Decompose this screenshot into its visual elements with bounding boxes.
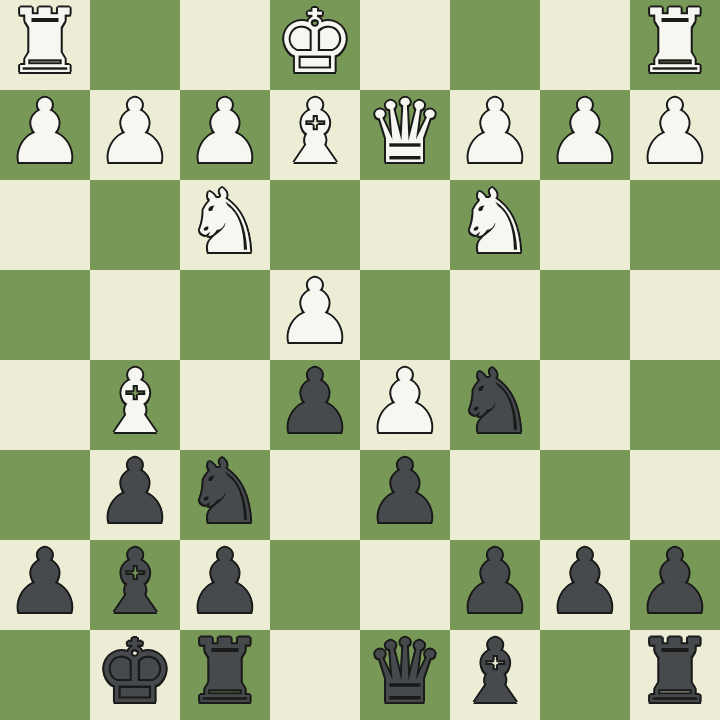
square-b8[interactable] <box>540 630 630 720</box>
square-h6[interactable] <box>0 450 90 540</box>
white-pawn[interactable]: ♟ <box>546 88 625 176</box>
square-g5[interactable]: ♝ <box>90 360 180 450</box>
square-f1[interactable] <box>180 0 270 90</box>
black-pawn[interactable]: ♟ <box>366 448 445 536</box>
black-pawn[interactable]: ♟ <box>6 538 85 626</box>
white-king[interactable]: ♚ <box>276 0 355 86</box>
square-f7[interactable]: ♟ <box>180 540 270 630</box>
white-pawn[interactable]: ♟ <box>276 268 355 356</box>
square-h5[interactable] <box>0 360 90 450</box>
square-e5[interactable]: ♟ <box>270 360 360 450</box>
square-d5[interactable]: ♟ <box>360 360 450 450</box>
square-g2[interactable]: ♟ <box>90 90 180 180</box>
square-a5[interactable] <box>630 360 720 450</box>
square-c4[interactable] <box>450 270 540 360</box>
square-g3[interactable] <box>90 180 180 270</box>
white-pawn[interactable]: ♟ <box>456 88 535 176</box>
square-e3[interactable] <box>270 180 360 270</box>
square-e2[interactable]: ♝ <box>270 90 360 180</box>
white-pawn[interactable]: ♟ <box>366 358 445 446</box>
white-pawn[interactable]: ♟ <box>6 88 85 176</box>
square-f3[interactable]: ♞ <box>180 180 270 270</box>
square-d3[interactable] <box>360 180 450 270</box>
square-e1[interactable]: ♚ <box>270 0 360 90</box>
square-e6[interactable] <box>270 450 360 540</box>
square-a1[interactable]: ♜ <box>630 0 720 90</box>
square-g1[interactable] <box>90 0 180 90</box>
white-rook[interactable]: ♜ <box>6 0 85 86</box>
black-pawn[interactable]: ♟ <box>276 358 355 446</box>
black-king[interactable]: ♚ <box>96 628 175 716</box>
square-b6[interactable] <box>540 450 630 540</box>
square-g7[interactable]: ♝ <box>90 540 180 630</box>
black-knight[interactable]: ♞ <box>186 448 265 536</box>
black-bishop[interactable]: ♝ <box>96 538 175 626</box>
square-b5[interactable] <box>540 360 630 450</box>
white-knight[interactable]: ♞ <box>456 178 535 266</box>
square-b7[interactable]: ♟ <box>540 540 630 630</box>
black-rook[interactable]: ♜ <box>636 628 715 716</box>
square-c6[interactable] <box>450 450 540 540</box>
black-bishop[interactable]: ♝ <box>456 628 535 716</box>
square-a3[interactable] <box>630 180 720 270</box>
square-c5[interactable]: ♞ <box>450 360 540 450</box>
square-a7[interactable]: ♟ <box>630 540 720 630</box>
square-h7[interactable]: ♟ <box>0 540 90 630</box>
square-g6[interactable]: ♟ <box>90 450 180 540</box>
square-f4[interactable] <box>180 270 270 360</box>
square-a4[interactable] <box>630 270 720 360</box>
square-d2[interactable]: ♛ <box>360 90 450 180</box>
square-c7[interactable]: ♟ <box>450 540 540 630</box>
white-bishop[interactable]: ♝ <box>276 88 355 176</box>
black-pawn[interactable]: ♟ <box>546 538 625 626</box>
square-d6[interactable]: ♟ <box>360 450 450 540</box>
square-h4[interactable] <box>0 270 90 360</box>
white-knight[interactable]: ♞ <box>186 178 265 266</box>
white-rook[interactable]: ♜ <box>636 0 715 86</box>
square-d4[interactable] <box>360 270 450 360</box>
square-e7[interactable] <box>270 540 360 630</box>
black-knight[interactable]: ♞ <box>456 358 535 446</box>
square-f5[interactable] <box>180 360 270 450</box>
square-a2[interactable]: ♟ <box>630 90 720 180</box>
white-pawn[interactable]: ♟ <box>186 88 265 176</box>
black-queen[interactable]: ♛ <box>366 628 445 716</box>
square-b4[interactable] <box>540 270 630 360</box>
square-c2[interactable]: ♟ <box>450 90 540 180</box>
black-pawn[interactable]: ♟ <box>186 538 265 626</box>
square-h2[interactable]: ♟ <box>0 90 90 180</box>
black-pawn[interactable]: ♟ <box>96 448 175 536</box>
square-h1[interactable]: ♜ <box>0 0 90 90</box>
square-e4[interactable]: ♟ <box>270 270 360 360</box>
square-f2[interactable]: ♟ <box>180 90 270 180</box>
square-b2[interactable]: ♟ <box>540 90 630 180</box>
square-c3[interactable]: ♞ <box>450 180 540 270</box>
white-queen[interactable]: ♛ <box>366 88 445 176</box>
black-pawn[interactable]: ♟ <box>636 538 715 626</box>
square-h8[interactable] <box>0 630 90 720</box>
square-a8[interactable]: ♜ <box>630 630 720 720</box>
square-d1[interactable] <box>360 0 450 90</box>
square-c1[interactable] <box>450 0 540 90</box>
square-f6[interactable]: ♞ <box>180 450 270 540</box>
square-e8[interactable] <box>270 630 360 720</box>
square-c8[interactable]: ♝ <box>450 630 540 720</box>
square-h3[interactable] <box>0 180 90 270</box>
black-rook[interactable]: ♜ <box>186 628 265 716</box>
square-d7[interactable] <box>360 540 450 630</box>
white-pawn[interactable]: ♟ <box>96 88 175 176</box>
square-f8[interactable]: ♜ <box>180 630 270 720</box>
square-b1[interactable] <box>540 0 630 90</box>
square-d8[interactable]: ♛ <box>360 630 450 720</box>
chess-board: ♜♚♜♟♟♟♝♛♟♟♟♞♞♟♝♟♟♞♟♞♟♟♝♟♟♟♟♚♜♛♝♜ <box>0 0 720 720</box>
square-b3[interactable] <box>540 180 630 270</box>
white-bishop[interactable]: ♝ <box>96 358 175 446</box>
square-g4[interactable] <box>90 270 180 360</box>
black-pawn[interactable]: ♟ <box>456 538 535 626</box>
square-a6[interactable] <box>630 450 720 540</box>
square-g8[interactable]: ♚ <box>90 630 180 720</box>
white-pawn[interactable]: ♟ <box>636 88 715 176</box>
